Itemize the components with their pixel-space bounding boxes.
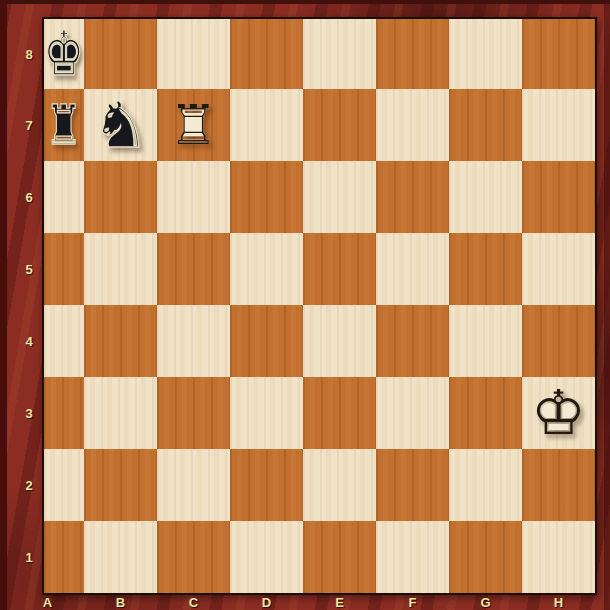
rank-label-1: 1: [25, 550, 32, 565]
square-h3[interactable]: ♚♔: [522, 377, 595, 449]
file-label-a: A: [43, 595, 52, 610]
black-king[interactable]: ♚: [43, 23, 84, 85]
square-b7[interactable]: ♞: [84, 89, 157, 161]
square-a4[interactable]: [44, 305, 84, 377]
square-a3[interactable]: [44, 377, 84, 449]
square-h5[interactable]: [522, 233, 595, 305]
square-g1[interactable]: [449, 521, 522, 593]
square-a5[interactable]: [44, 233, 84, 305]
square-g5[interactable]: [449, 233, 522, 305]
square-h7[interactable]: [522, 89, 595, 161]
square-c5[interactable]: [157, 233, 230, 305]
board-frame: ♚♜♞♜♖♚♔ ABCDEFGH 87654321: [0, 0, 610, 610]
square-a2[interactable]: [44, 449, 84, 521]
file-label-d: D: [262, 595, 271, 610]
file-label-e: E: [335, 595, 344, 610]
square-d1[interactable]: [230, 521, 303, 593]
square-h6[interactable]: [522, 161, 595, 233]
square-d8[interactable]: [230, 19, 303, 89]
square-f1[interactable]: [376, 521, 449, 593]
white-rook-outline: ♖: [169, 98, 218, 153]
rank-label-7: 7: [25, 118, 32, 133]
square-c1[interactable]: [157, 521, 230, 593]
rank-label-5: 5: [25, 262, 32, 277]
rank-label-4: 4: [25, 334, 32, 349]
square-e4[interactable]: [303, 305, 376, 377]
square-a6[interactable]: [44, 161, 84, 233]
square-f6[interactable]: [376, 161, 449, 233]
square-h1[interactable]: [522, 521, 595, 593]
square-g4[interactable]: [449, 305, 522, 377]
file-label-f: F: [409, 595, 417, 610]
rank-label-6: 6: [25, 190, 32, 205]
square-d5[interactable]: [230, 233, 303, 305]
square-a1[interactable]: [44, 521, 84, 593]
square-e7[interactable]: [303, 89, 376, 161]
square-d4[interactable]: [230, 305, 303, 377]
square-b5[interactable]: [84, 233, 157, 305]
black-rook[interactable]: ♜: [46, 98, 82, 153]
square-c7[interactable]: ♜♖: [157, 89, 230, 161]
square-g8[interactable]: [449, 19, 522, 89]
square-d3[interactable]: [230, 377, 303, 449]
file-label-g: G: [480, 595, 490, 610]
square-b4[interactable]: [84, 305, 157, 377]
square-a8[interactable]: ♚: [44, 19, 84, 89]
square-e1[interactable]: [303, 521, 376, 593]
square-c2[interactable]: [157, 449, 230, 521]
rank-label-2: 2: [25, 478, 32, 493]
file-label-h: H: [554, 595, 563, 610]
square-d6[interactable]: [230, 161, 303, 233]
square-f7[interactable]: [376, 89, 449, 161]
square-h2[interactable]: [522, 449, 595, 521]
square-f8[interactable]: [376, 19, 449, 89]
square-e6[interactable]: [303, 161, 376, 233]
square-b1[interactable]: [84, 521, 157, 593]
square-a7[interactable]: ♜: [44, 89, 84, 161]
white-rook[interactable]: ♜♖: [167, 98, 219, 153]
square-e2[interactable]: [303, 449, 376, 521]
white-king[interactable]: ♚♔: [529, 382, 588, 444]
square-c3[interactable]: [157, 377, 230, 449]
square-g3[interactable]: [449, 377, 522, 449]
square-e3[interactable]: [303, 377, 376, 449]
square-f2[interactable]: [376, 449, 449, 521]
square-f3[interactable]: [376, 377, 449, 449]
square-d2[interactable]: [230, 449, 303, 521]
square-c8[interactable]: [157, 19, 230, 89]
square-b6[interactable]: [84, 161, 157, 233]
black-knight[interactable]: ♞: [92, 93, 149, 157]
rank-label-3: 3: [25, 406, 32, 421]
square-b2[interactable]: [84, 449, 157, 521]
square-f4[interactable]: [376, 305, 449, 377]
square-d7[interactable]: [230, 89, 303, 161]
square-g7[interactable]: [449, 89, 522, 161]
square-g2[interactable]: [449, 449, 522, 521]
square-c6[interactable]: [157, 161, 230, 233]
square-g6[interactable]: [449, 161, 522, 233]
square-c4[interactable]: [157, 305, 230, 377]
square-e8[interactable]: [303, 19, 376, 89]
chess-board: ♚♜♞♜♖♚♔: [42, 17, 597, 595]
white-king-outline: ♔: [531, 382, 587, 444]
square-b3[interactable]: [84, 377, 157, 449]
rank-label-8: 8: [25, 47, 32, 62]
file-label-c: C: [189, 595, 198, 610]
file-label-b: B: [116, 595, 125, 610]
square-b8[interactable]: [84, 19, 157, 89]
square-h8[interactable]: [522, 19, 595, 89]
square-f5[interactable]: [376, 233, 449, 305]
square-h4[interactable]: [522, 305, 595, 377]
square-e5[interactable]: [303, 233, 376, 305]
